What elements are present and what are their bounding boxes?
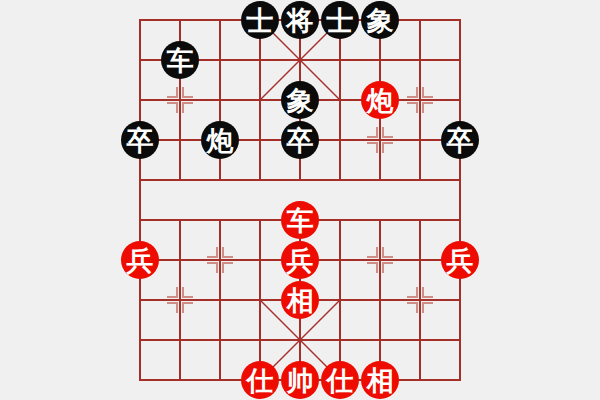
- board-point: 相: [280, 280, 320, 320]
- marker-bracket: [182, 87, 193, 98]
- point-marker: [160, 80, 200, 120]
- marker-bracket: [422, 87, 433, 98]
- marker-bracket: [407, 302, 418, 313]
- marker-bracket: [407, 87, 418, 98]
- marker-bracket: [382, 262, 393, 273]
- point-marker: [160, 280, 200, 320]
- xiangqi-board: 士将士象车象炮卒炮卒卒车兵兵兵相仕帅仕相: [0, 0, 600, 400]
- piece-red-chariot[interactable]: 车: [281, 201, 319, 239]
- point-marker: [400, 80, 440, 120]
- marker-bracket: [367, 247, 378, 258]
- board-point: 卒: [120, 120, 160, 160]
- marker-bracket: [382, 142, 393, 153]
- marker-bracket: [422, 302, 433, 313]
- board-point: 车: [280, 200, 320, 240]
- piece-black-chariot[interactable]: 车: [161, 41, 199, 79]
- piece-red-soldier[interactable]: 兵: [281, 241, 319, 279]
- piece-black-advisor[interactable]: 士: [321, 1, 359, 39]
- board-point: 炮: [200, 120, 240, 160]
- piece-red-soldier[interactable]: 兵: [441, 241, 479, 279]
- piece-black-soldier[interactable]: 卒: [441, 121, 479, 159]
- board-point: 卒: [280, 120, 320, 160]
- marker-bracket: [222, 247, 233, 258]
- marker-bracket: [222, 262, 233, 273]
- board-point: 士: [240, 0, 280, 40]
- marker-bracket: [367, 127, 378, 138]
- board-point: 相: [360, 360, 400, 400]
- piece-black-soldier[interactable]: 卒: [281, 121, 319, 159]
- board-point: 卒: [440, 120, 480, 160]
- piece-red-cannon[interactable]: 炮: [361, 81, 399, 119]
- marker-bracket: [382, 127, 393, 138]
- piece-black-advisor[interactable]: 士: [241, 1, 279, 39]
- board-point: 炮: [360, 80, 400, 120]
- marker-bracket: [367, 142, 378, 153]
- marker-bracket: [182, 287, 193, 298]
- marker-bracket: [207, 262, 218, 273]
- board-point: 象: [360, 0, 400, 40]
- piece-red-soldier[interactable]: 兵: [121, 241, 159, 279]
- marker-bracket: [382, 247, 393, 258]
- piece-red-advisor[interactable]: 仕: [321, 361, 359, 399]
- piece-black-soldier[interactable]: 卒: [121, 121, 159, 159]
- piece-red-elephant[interactable]: 相: [281, 281, 319, 319]
- point-marker: [200, 240, 240, 280]
- piece-black-cannon[interactable]: 炮: [201, 121, 239, 159]
- board-point: 仕: [240, 360, 280, 400]
- point-marker: [400, 280, 440, 320]
- board-point: 将: [280, 0, 320, 40]
- piece-red-general[interactable]: 帅: [281, 361, 319, 399]
- marker-bracket: [182, 302, 193, 313]
- board-points: 士将士象车象炮卒炮卒卒车兵兵兵相仕帅仕相: [120, 0, 480, 400]
- marker-bracket: [422, 287, 433, 298]
- point-marker: [360, 240, 400, 280]
- marker-bracket: [407, 102, 418, 113]
- marker-bracket: [167, 302, 178, 313]
- piece-black-general[interactable]: 将: [281, 1, 319, 39]
- marker-bracket: [367, 262, 378, 273]
- board-point: 兵: [280, 240, 320, 280]
- board-point: 兵: [120, 240, 160, 280]
- point-marker: [360, 120, 400, 160]
- board-point: 车: [160, 40, 200, 80]
- piece-red-elephant[interactable]: 相: [361, 361, 399, 399]
- marker-bracket: [167, 287, 178, 298]
- piece-black-elephant[interactable]: 象: [281, 81, 319, 119]
- piece-black-elephant[interactable]: 象: [361, 1, 399, 39]
- marker-bracket: [207, 247, 218, 258]
- piece-red-advisor[interactable]: 仕: [241, 361, 279, 399]
- board-point: 帅: [280, 360, 320, 400]
- board-point: 象: [280, 80, 320, 120]
- marker-bracket: [422, 102, 433, 113]
- board-point: 士: [320, 0, 360, 40]
- board-point: 仕: [320, 360, 360, 400]
- marker-bracket: [407, 287, 418, 298]
- board-point: 兵: [440, 240, 480, 280]
- marker-bracket: [167, 102, 178, 113]
- marker-bracket: [182, 102, 193, 113]
- marker-bracket: [167, 87, 178, 98]
